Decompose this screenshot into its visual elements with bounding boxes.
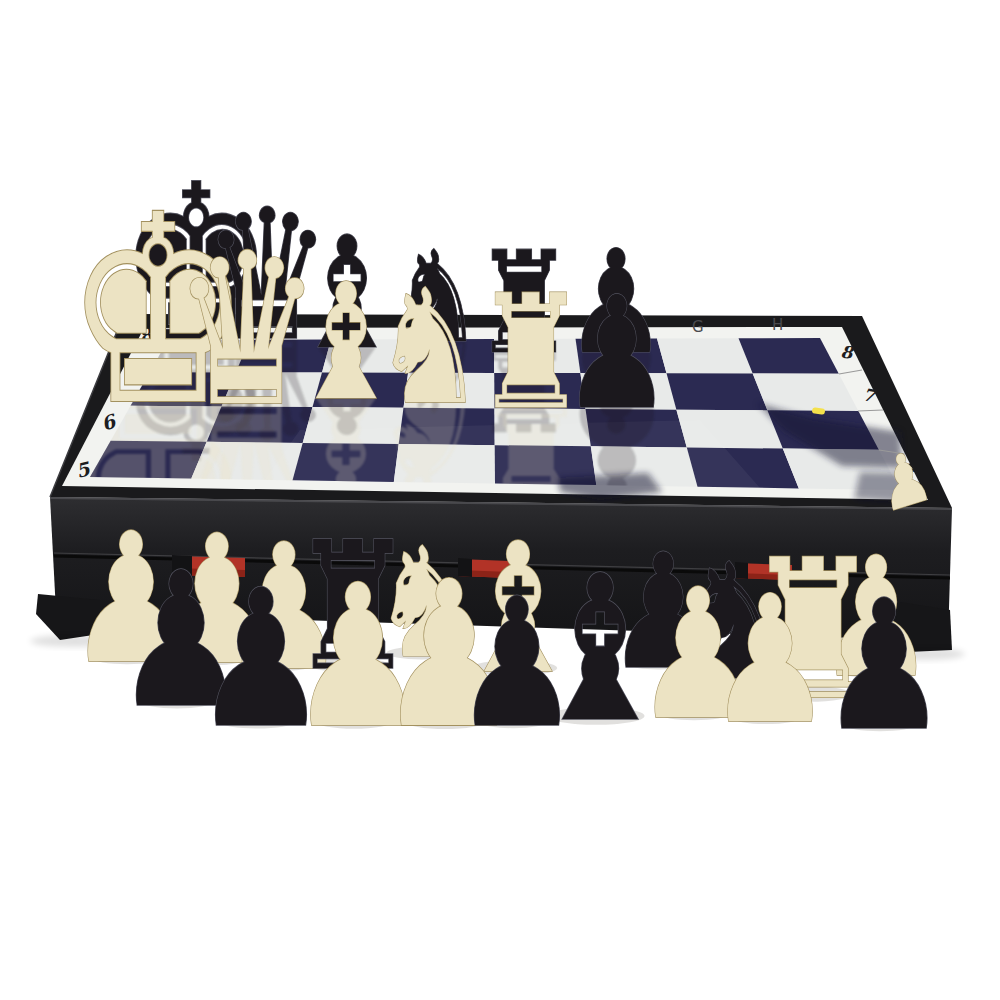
piece-black-pawn-f7: ♟ [561, 263, 672, 443]
piece-white-pawn: ♟ [707, 558, 833, 763]
chess-set-photo: ♚♛♞♝♜♟♝♚♞♛♜♟ 8 7 6 5 G H 8 7 8 [0, 0, 1000, 1000]
chess-box: ♚♛♞♝♜♟♝♚♞♛♜♟ 8 7 6 5 G H 8 7 8 [0, 0, 1000, 1000]
piece-white-knight-d7: ♞ [372, 255, 485, 439]
file-label-h: H [772, 316, 784, 334]
piece-white-queen-b7: ♛ [172, 209, 323, 453]
piece-black-pawn: ♟ [820, 561, 949, 770]
piece-black-pawn: ♟ [453, 560, 580, 767]
square-g7 [667, 373, 768, 410]
file-label-g: G [692, 318, 705, 336]
